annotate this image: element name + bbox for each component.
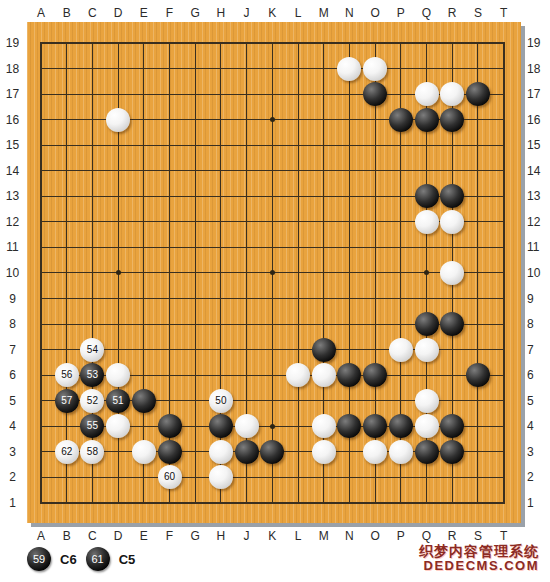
coord-right-11: 11 (527, 239, 550, 255)
coord-bottom-A: A (32, 528, 50, 544)
stone-white-Q4 (415, 414, 439, 438)
coord-left-12: 12 (1, 214, 24, 230)
coord-bottom-T: T (495, 528, 513, 544)
caption-point-61: C5 (119, 552, 136, 567)
stone-black-M7 (312, 338, 336, 362)
coord-right-2: 2 (527, 469, 550, 485)
coord-bottom-E: E (135, 528, 153, 544)
coord-right-1: 1 (527, 495, 550, 511)
stone-white-D16 (106, 108, 130, 132)
stone-white-M4 (312, 414, 336, 438)
stone-black-Q16 (415, 108, 439, 132)
stone-black-S6 (466, 363, 490, 387)
coord-top-J: J (238, 5, 256, 21)
stone-white-P3 (389, 440, 413, 464)
coord-bottom-O: O (366, 528, 384, 544)
coord-bottom-F: F (161, 528, 179, 544)
stone-black-R3 (440, 440, 464, 464)
stone-black-R16 (440, 108, 464, 132)
stone-black-B5: 57 (55, 389, 79, 413)
coord-right-18: 18 (527, 61, 550, 77)
coord-left-18: 18 (1, 61, 24, 77)
stone-white-B3: 62 (55, 440, 79, 464)
coord-left-8: 8 (1, 316, 24, 332)
stone-white-H5: 50 (209, 389, 233, 413)
stone-white-M6 (312, 363, 336, 387)
coord-left-17: 17 (1, 86, 24, 102)
coord-bottom-P: P (392, 528, 410, 544)
stone-black-K3 (260, 440, 284, 464)
watermark-line1: 织梦内容管理系统 (419, 544, 539, 559)
caption: 59 C6 61 C5 (27, 547, 135, 571)
coord-left-3: 3 (1, 444, 24, 460)
coord-right-3: 3 (527, 444, 550, 460)
coord-top-G: G (186, 5, 204, 21)
stone-black-F4 (158, 414, 182, 438)
caption-stone-61: 61 (86, 547, 110, 571)
coord-top-A: A (32, 5, 50, 21)
coord-right-10: 10 (527, 265, 550, 281)
coord-top-C: C (83, 5, 101, 21)
stone-white-F2: 60 (158, 465, 182, 489)
stone-white-M3 (312, 440, 336, 464)
coord-bottom-C: C (83, 528, 101, 544)
stone-black-Q8 (415, 312, 439, 336)
grid-hline (41, 298, 504, 299)
stone-white-O3 (363, 440, 387, 464)
coord-right-12: 12 (527, 214, 550, 230)
coord-left-1: 1 (1, 495, 24, 511)
stone-white-R10 (440, 261, 464, 285)
coord-bottom-H: H (212, 528, 230, 544)
coord-bottom-S: S (469, 528, 487, 544)
stone-black-P4 (389, 414, 413, 438)
grid-vline (477, 43, 478, 503)
coord-top-P: P (392, 5, 410, 21)
coord-right-19: 19 (527, 35, 550, 51)
coord-bottom-N: N (340, 528, 358, 544)
coord-bottom-D: D (109, 528, 127, 544)
stone-white-H3 (209, 440, 233, 464)
coord-top-D: D (109, 5, 127, 21)
coord-left-6: 6 (1, 367, 24, 383)
stone-white-C7: 54 (80, 338, 104, 362)
coord-top-B: B (58, 5, 76, 21)
coord-top-O: O (366, 5, 384, 21)
coord-right-5: 5 (527, 393, 550, 409)
stone-black-H4 (209, 414, 233, 438)
coord-right-15: 15 (527, 137, 550, 153)
coord-top-T: T (495, 5, 513, 21)
coord-top-Q: Q (418, 5, 436, 21)
stone-black-E5 (132, 389, 156, 413)
stone-black-P16 (389, 108, 413, 132)
stone-white-Q5 (415, 389, 439, 413)
stone-white-B6: 56 (55, 363, 79, 387)
stone-black-S17 (466, 82, 490, 106)
coord-top-H: H (212, 5, 230, 21)
stone-white-J4 (235, 414, 259, 438)
coord-left-9: 9 (1, 291, 24, 307)
stone-white-R12 (440, 210, 464, 234)
coord-top-K: K (263, 5, 281, 21)
coord-left-11: 11 (1, 239, 24, 255)
stone-white-O18 (363, 57, 387, 81)
coord-right-13: 13 (527, 188, 550, 204)
star-point-K4 (270, 424, 275, 429)
stone-white-Q12 (415, 210, 439, 234)
stone-white-L6 (286, 363, 310, 387)
stone-white-E3 (132, 440, 156, 464)
stone-black-F3 (158, 440, 182, 464)
coord-right-9: 9 (527, 291, 550, 307)
coord-bottom-J: J (238, 528, 256, 544)
coord-right-4: 4 (527, 418, 550, 434)
stone-white-P7 (389, 338, 413, 362)
caption-stone-59: 59 (27, 547, 51, 571)
coord-right-17: 17 (527, 86, 550, 102)
caption-point-59: C6 (60, 552, 77, 567)
coord-left-10: 10 (1, 265, 24, 281)
watermark: 织梦内容管理系统 DEDECMS.COM (419, 544, 539, 573)
stone-black-D5: 51 (106, 389, 130, 413)
coord-bottom-R: R (443, 528, 461, 544)
board-layer: AABBCCDDEEFFGGHHJJKKLLMMNNOOPPQQRRSSTT19… (0, 0, 550, 582)
coord-top-M: M (315, 5, 333, 21)
stone-white-C5: 52 (80, 389, 104, 413)
coord-top-E: E (135, 5, 153, 21)
stone-black-O17 (363, 82, 387, 106)
coord-right-16: 16 (527, 112, 550, 128)
stone-white-Q17 (415, 82, 439, 106)
stone-white-N18 (337, 57, 361, 81)
coord-left-14: 14 (1, 163, 24, 179)
coord-top-N: N (340, 5, 358, 21)
coord-left-13: 13 (1, 188, 24, 204)
coord-bottom-L: L (289, 528, 307, 544)
coord-bottom-K: K (263, 528, 281, 544)
coord-left-15: 15 (1, 137, 24, 153)
coord-bottom-Q: Q (418, 528, 436, 544)
stone-black-Q13 (415, 184, 439, 208)
coord-right-7: 7 (527, 342, 550, 358)
coord-bottom-B: B (58, 528, 76, 544)
stone-black-Q3 (415, 440, 439, 464)
coord-left-4: 4 (1, 418, 24, 434)
coord-left-5: 5 (1, 393, 24, 409)
coord-right-14: 14 (527, 163, 550, 179)
stone-black-J3 (235, 440, 259, 464)
coord-left-19: 19 (1, 35, 24, 51)
watermark-line2: DEDECMS.COM (419, 559, 539, 573)
coord-bottom-G: G (186, 528, 204, 544)
coord-top-S: S (469, 5, 487, 21)
grid-vline (298, 43, 299, 503)
go-diagram-page: AABBCCDDEEFFGGHHJJKKLLMMNNOOPPQQRRSSTT19… (0, 0, 550, 582)
coord-left-2: 2 (1, 469, 24, 485)
coord-left-16: 16 (1, 112, 24, 128)
stone-white-Q7 (415, 338, 439, 362)
coord-top-F: F (161, 5, 179, 21)
coord-left-7: 7 (1, 342, 24, 358)
coord-right-8: 8 (527, 316, 550, 332)
coord-right-6: 6 (527, 367, 550, 383)
grid-hline (41, 477, 504, 478)
coord-top-L: L (289, 5, 307, 21)
coord-bottom-M: M (315, 528, 333, 544)
star-point-K16 (270, 117, 275, 122)
coord-top-R: R (443, 5, 461, 21)
